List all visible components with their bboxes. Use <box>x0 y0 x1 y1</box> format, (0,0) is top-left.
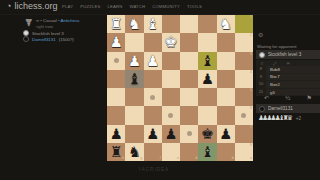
square-a1[interactable]: 1 <box>235 15 253 33</box>
white-pawn-h2[interactable]: ♟ <box>107 33 125 51</box>
offer-draw-button[interactable]: ½ <box>285 94 290 103</box>
nav-menu: PLAYPUZZLESLEARNWATCHCOMMUNITYTOOLS <box>62 4 202 9</box>
square-g8[interactable]: ♞g <box>125 143 143 161</box>
top-nav: ◔ lichess.org PLAYPUZZLESLEARNWATCHCOMMU… <box>0 0 320 15</box>
black-pawn-c4[interactable]: ♟ <box>198 70 216 88</box>
square-b8[interactable]: b <box>217 143 235 161</box>
lichess-logo[interactable]: ◔ lichess.org <box>6 1 57 11</box>
square-c1[interactable] <box>198 15 216 33</box>
black-color-dot <box>23 36 29 42</box>
resign-button[interactable]: ⚑ <box>307 94 312 103</box>
square-b1[interactable]: ♞ <box>217 15 235 33</box>
square-c3[interactable]: ♝ <box>198 52 216 70</box>
chess-board[interactable]: ♜♞♝♞1♟♚2♟♟♝3♝♟456♟♟♟♚♟7♜h♞gfed♝cba8 <box>107 15 253 161</box>
move-number: 9 <box>256 74 266 81</box>
movelist-toolbar-icon-1[interactable]: ⤢ <box>273 61 276 66</box>
square-c6[interactable] <box>198 106 216 124</box>
square-c8[interactable]: ♝c <box>198 143 216 161</box>
move-list[interactable]: 8Bxb89Bxc710Bxe211g5 <box>256 66 320 96</box>
drag-over-highlight <box>125 70 143 88</box>
square-f4[interactable] <box>144 70 162 88</box>
move-dest-dot-d7[interactable] <box>187 131 192 136</box>
square-a2[interactable]: 2 <box>235 33 253 51</box>
square-a6[interactable]: 6 <box>235 106 253 124</box>
move-dest-dot-h3[interactable] <box>114 58 119 63</box>
game-meta-line: ∞ • Casual • Antichess <box>36 18 80 23</box>
square-d3[interactable] <box>180 52 198 70</box>
square-d4[interactable] <box>180 70 198 88</box>
square-e3[interactable] <box>162 52 180 70</box>
white-move[interactable]: Bxb8 <box>266 67 296 72</box>
black-king-c7[interactable]: ♚ <box>198 125 216 143</box>
file-coord-a: a <box>250 157 252 161</box>
move-number: 8 <box>256 66 266 73</box>
file-coord-e: e <box>177 157 179 161</box>
bottom-player-color-dot <box>259 106 265 112</box>
square-e6[interactable] <box>162 106 180 124</box>
move-dest-dot-f5[interactable] <box>150 95 155 100</box>
square-e2[interactable]: ♚ <box>162 33 180 51</box>
rank-coord-1: 1 <box>250 16 252 20</box>
lichess-logo-icon: ◔ <box>6 1 11 11</box>
square-e7[interactable]: ♟ <box>162 125 180 143</box>
square-a4[interactable]: 4 <box>235 70 253 88</box>
square-f3[interactable]: ♟ <box>144 52 162 70</box>
square-c4[interactable]: ♟ <box>198 70 216 88</box>
move-row-10: 10Bxe2 <box>256 81 320 89</box>
movelist-toolbar-icon-0[interactable]: ≡ <box>261 61 263 66</box>
game-time-ago[interactable]: right now <box>36 24 53 29</box>
square-e1[interactable] <box>162 15 180 33</box>
square-f2[interactable] <box>144 33 162 51</box>
variant-icon: ♟ <box>23 17 33 28</box>
square-d8[interactable]: d <box>180 143 198 161</box>
square-h4[interactable] <box>107 70 125 88</box>
square-g6[interactable] <box>125 106 143 124</box>
white-rook-h1[interactable]: ♜ <box>107 15 125 33</box>
nav-item-tools[interactable]: TOOLS <box>187 4 202 9</box>
white-bishop-f1[interactable]: ♝ <box>144 15 162 33</box>
game-status-text: Waiting for opponent <box>257 44 297 49</box>
square-e8[interactable]: e <box>162 143 180 161</box>
panel-corner-icon[interactable]: ⚙ <box>258 31 263 38</box>
file-coord-f: f <box>160 157 161 161</box>
takeback-button[interactable]: ↶ <box>264 94 269 103</box>
top-player-color-dot <box>259 52 265 58</box>
square-f5[interactable] <box>144 88 162 106</box>
square-c5[interactable] <box>198 88 216 106</box>
square-e5[interactable] <box>162 88 180 106</box>
square-d7[interactable] <box>180 125 198 143</box>
square-g7[interactable] <box>125 125 143 143</box>
rank-coord-4: 4 <box>250 71 252 75</box>
square-f8[interactable]: f <box>144 143 162 161</box>
rank-coord-3: 3 <box>250 53 252 57</box>
square-e4[interactable] <box>162 70 180 88</box>
square-f6[interactable] <box>144 106 162 124</box>
nav-item-community[interactable]: COMMUNITY <box>152 4 180 9</box>
rank-coord-7: 7 <box>250 126 252 130</box>
rank-coord-8: 8 <box>250 144 252 148</box>
watermark-text: YACRIDEA <box>138 167 169 172</box>
sidebar-black-rating: (1500?) <box>59 37 74 42</box>
nav-item-play[interactable]: PLAY <box>62 4 73 9</box>
white-knight-b1[interactable]: ♞ <box>217 15 235 33</box>
movelist-toolbar-icon-2[interactable]: ✉ <box>287 61 290 66</box>
captured-pieces-tray: ♟♟♟♟♟♝♜♛+2 <box>258 114 301 123</box>
move-row-8: 8Bxb8 <box>256 66 320 74</box>
bottom-player-name: Darnell3131 <box>268 106 293 111</box>
square-a8[interactable]: a8 <box>235 143 253 161</box>
square-h7[interactable]: ♟ <box>107 125 125 143</box>
move-dest-dot-a6[interactable] <box>241 113 246 118</box>
white-move[interactable]: Bxc7 <box>266 74 296 79</box>
sidebar-white-name: Stockfish level 3 <box>32 31 64 36</box>
nav-item-watch[interactable]: WATCH <box>129 4 145 9</box>
file-coord-b: b <box>232 157 234 161</box>
square-h3[interactable] <box>107 52 125 70</box>
black-pawn-f7[interactable]: ♟ <box>144 125 162 143</box>
white-knight-g1[interactable]: ♞ <box>125 15 143 33</box>
move-row-9: 9Bxc7 <box>256 74 320 82</box>
square-a3[interactable]: 3 <box>235 52 253 70</box>
square-f7[interactable]: ♟ <box>144 125 162 143</box>
rank-coord-6: 6 <box>250 107 252 111</box>
square-d1[interactable] <box>180 15 198 33</box>
sidebar-player-black[interactable]: Darnell3131 (1500?) <box>23 36 74 42</box>
lichess-game-page: { "game": "chess (lichess.org, Antichess… <box>0 0 320 180</box>
file-coord-g: g <box>141 157 143 161</box>
white-pawn-f3[interactable]: ♟ <box>144 52 162 70</box>
game-controls: ↶½⚑ <box>256 94 320 103</box>
move-number: 10 <box>256 81 266 88</box>
square-g5[interactable] <box>125 88 143 106</box>
file-coord-d: d <box>195 157 197 161</box>
sidebar-black-name: Darnell3131 <box>32 37 56 42</box>
square-b5[interactable] <box>217 88 235 106</box>
square-f1[interactable]: ♝ <box>144 15 162 33</box>
square-b4[interactable] <box>217 70 235 88</box>
white-move[interactable]: Bxe2 <box>266 82 296 87</box>
square-c2[interactable] <box>198 33 216 51</box>
square-h1[interactable]: ♜ <box>107 15 125 33</box>
black-pawn-h7[interactable]: ♟ <box>107 125 125 143</box>
white-pawn-g3[interactable]: ♟ <box>125 52 143 70</box>
square-h6[interactable] <box>107 106 125 124</box>
black-pawn-b7[interactable]: ♟ <box>217 125 235 143</box>
rank-coord-2: 2 <box>250 34 252 38</box>
square-g4[interactable]: ♝ <box>125 70 143 88</box>
white-king-e2[interactable]: ♚ <box>162 33 180 51</box>
nav-item-learn[interactable]: LEARN <box>107 4 122 9</box>
square-b7[interactable]: ♟ <box>217 125 235 143</box>
last-move-highlight <box>198 52 216 70</box>
square-b3[interactable] <box>217 52 235 70</box>
square-g1[interactable]: ♞ <box>125 15 143 33</box>
black-pawn-e7[interactable]: ♟ <box>162 125 180 143</box>
file-coord-c: c <box>214 157 216 161</box>
bottom-player-bar[interactable]: Darnell3131 <box>256 104 320 113</box>
square-a5[interactable]: 5 <box>235 88 253 106</box>
square-g3[interactable]: ♟ <box>125 52 143 70</box>
square-h2[interactable]: ♟ <box>107 33 125 51</box>
square-b2[interactable] <box>217 33 235 51</box>
square-h8[interactable]: ♜h <box>107 143 125 161</box>
square-d2[interactable] <box>180 33 198 51</box>
game-meta-prefix: ∞ • Casual • <box>36 18 61 23</box>
square-g2[interactable] <box>125 33 143 51</box>
rank-coord-5: 5 <box>250 89 252 93</box>
top-player-bar[interactable]: Stockfish level 3 <box>256 50 320 59</box>
variant-link[interactable]: Antichess <box>61 18 80 23</box>
square-d6[interactable] <box>180 106 198 124</box>
square-a7[interactable]: 7 <box>235 125 253 143</box>
top-player-name: Stockfish level 3 <box>268 52 301 57</box>
square-d5[interactable] <box>180 88 198 106</box>
captured-white-queen: ♛ <box>287 114 293 123</box>
square-h5[interactable] <box>107 88 125 106</box>
file-coord-h: h <box>122 157 124 161</box>
move-dest-dot-e6[interactable] <box>168 113 173 118</box>
square-b6[interactable] <box>217 106 235 124</box>
nav-item-puzzles[interactable]: PUZZLES <box>80 4 100 9</box>
material-advantage: +2 <box>296 116 301 121</box>
lichess-logo-text: lichess.org <box>14 1 57 11</box>
square-c7[interactable]: ♚ <box>198 125 216 143</box>
